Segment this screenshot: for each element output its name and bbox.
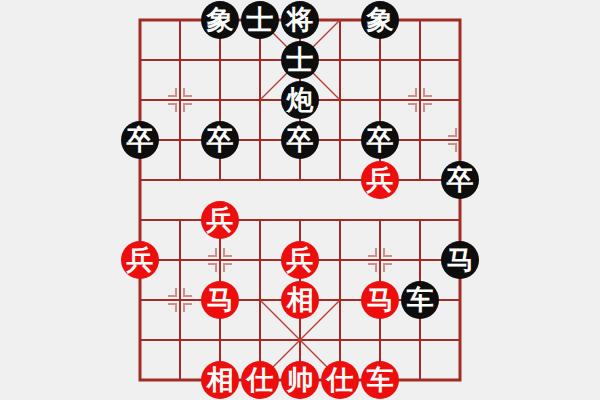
piece-black-soldier[interactable]: 卒 <box>441 161 479 199</box>
piece-black-elephant[interactable]: 象 <box>361 1 399 39</box>
piece-black-soldier[interactable]: 卒 <box>201 121 239 159</box>
piece-red-horse[interactable]: 马 <box>201 281 239 319</box>
piece-black-chariot[interactable]: 车 <box>401 281 439 319</box>
piece-red-horse[interactable]: 马 <box>361 281 399 319</box>
pieces-layer: 象士将象士炮卒卒卒卒兵卒兵兵兵马马相马车相仕帅仕车 <box>120 0 480 400</box>
piece-black-elephant[interactable]: 象 <box>201 1 239 39</box>
piece-black-advisor[interactable]: 士 <box>281 41 319 79</box>
piece-black-advisor[interactable]: 士 <box>241 1 279 39</box>
piece-black-horse[interactable]: 马 <box>441 241 479 279</box>
xiangqi-board: 象士将象士炮卒卒卒卒兵卒兵兵兵马马相马车相仕帅仕车 <box>0 0 600 400</box>
piece-red-advisor[interactable]: 仕 <box>321 361 359 399</box>
piece-red-chariot[interactable]: 车 <box>361 361 399 399</box>
piece-red-soldier[interactable]: 兵 <box>361 161 399 199</box>
piece-black-general[interactable]: 将 <box>281 1 319 39</box>
piece-black-cannon[interactable]: 炮 <box>281 81 319 119</box>
piece-black-soldier[interactable]: 卒 <box>281 121 319 159</box>
piece-red-elephant[interactable]: 相 <box>281 281 319 319</box>
piece-black-soldier[interactable]: 卒 <box>121 121 159 159</box>
piece-red-soldier[interactable]: 兵 <box>121 241 159 279</box>
piece-red-soldier[interactable]: 兵 <box>201 201 239 239</box>
piece-black-soldier[interactable]: 卒 <box>361 121 399 159</box>
piece-red-general[interactable]: 帅 <box>281 361 319 399</box>
piece-red-soldier[interactable]: 兵 <box>281 241 319 279</box>
piece-red-advisor[interactable]: 仕 <box>241 361 279 399</box>
piece-red-elephant[interactable]: 相 <box>201 361 239 399</box>
